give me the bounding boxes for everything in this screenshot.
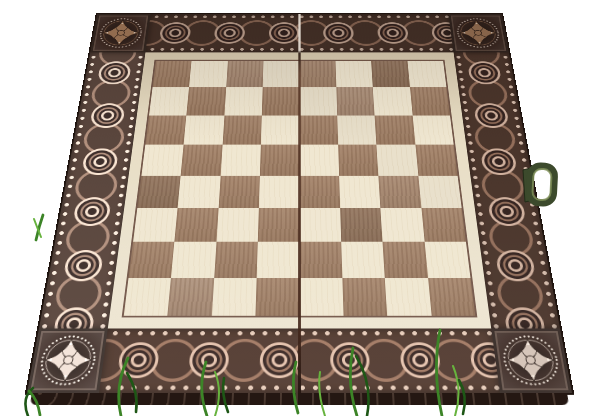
square-a3[interactable] [133,208,178,242]
square-d8[interactable] [263,61,300,88]
corner-medallion-bottom-left [27,328,108,393]
square-d4[interactable] [259,175,300,207]
square-c7[interactable] [224,87,262,115]
square-g7[interactable] [373,87,412,115]
square-f4[interactable] [339,175,381,207]
square-d5[interactable] [260,145,300,176]
square-c8[interactable] [226,61,264,88]
square-b1[interactable] [168,278,214,316]
square-f8[interactable] [335,61,373,88]
square-e1[interactable] [300,278,344,316]
maltese-cross-icon [452,17,504,50]
square-b4[interactable] [178,175,221,207]
square-h4[interactable] [418,175,462,207]
square-h1[interactable] [428,278,476,316]
square-d2[interactable] [257,242,300,278]
square-e5[interactable] [300,145,340,176]
square-a2[interactable] [129,242,175,278]
square-d7[interactable] [262,87,300,115]
square-h5[interactable] [415,145,457,176]
square-e6[interactable] [300,115,339,144]
square-h6[interactable] [412,115,453,144]
square-c3[interactable] [216,208,259,242]
corner-medallion-top-right [448,14,509,52]
square-g1[interactable] [385,278,431,316]
square-g8[interactable] [371,61,409,88]
square-h7[interactable] [410,87,450,115]
scene [0,0,599,416]
square-a6[interactable] [145,115,186,144]
chess-board [27,14,572,393]
square-a8[interactable] [153,61,192,88]
square-g5[interactable] [377,145,418,176]
square-d6[interactable] [261,115,300,144]
square-a5[interactable] [141,145,183,176]
maltese-cross-icon [95,17,147,50]
square-c1[interactable] [212,278,257,316]
square-f5[interactable] [338,145,378,176]
corner-medallion-top-left [90,14,151,52]
square-f1[interactable] [342,278,387,316]
square-f7[interactable] [336,87,374,115]
square-c2[interactable] [214,242,258,278]
square-f6[interactable] [337,115,376,144]
square-d1[interactable] [256,278,300,316]
square-b8[interactable] [189,61,227,88]
square-h3[interactable] [421,208,466,242]
square-f2[interactable] [341,242,385,278]
fold-seam [298,14,301,393]
square-a1[interactable] [124,278,172,316]
square-e4[interactable] [300,175,341,207]
square-h2[interactable] [424,242,470,278]
maltese-cross-icon [497,333,566,388]
square-g6[interactable] [375,115,415,144]
square-b7[interactable] [187,87,226,115]
clasp-latch-icon [521,158,561,210]
square-a7[interactable] [149,87,189,115]
square-b2[interactable] [171,242,216,278]
square-g3[interactable] [381,208,425,242]
square-g2[interactable] [383,242,428,278]
maltese-cross-icon [33,333,102,388]
square-a4[interactable] [137,175,181,207]
square-c4[interactable] [218,175,260,207]
square-c5[interactable] [220,145,260,176]
square-e2[interactable] [300,242,343,278]
square-h8[interactable] [407,61,446,88]
photo-canvas: Overhead angled photo of an empty handma… [0,0,599,416]
square-g4[interactable] [379,175,422,207]
square-e7[interactable] [300,87,338,115]
corner-medallion-bottom-right [491,328,572,393]
square-c6[interactable] [222,115,261,144]
square-f3[interactable] [340,208,383,242]
square-b6[interactable] [184,115,224,144]
square-e3[interactable] [300,208,342,242]
square-b3[interactable] [175,208,219,242]
square-d3[interactable] [258,208,300,242]
square-e8[interactable] [300,61,337,88]
square-b5[interactable] [181,145,222,176]
